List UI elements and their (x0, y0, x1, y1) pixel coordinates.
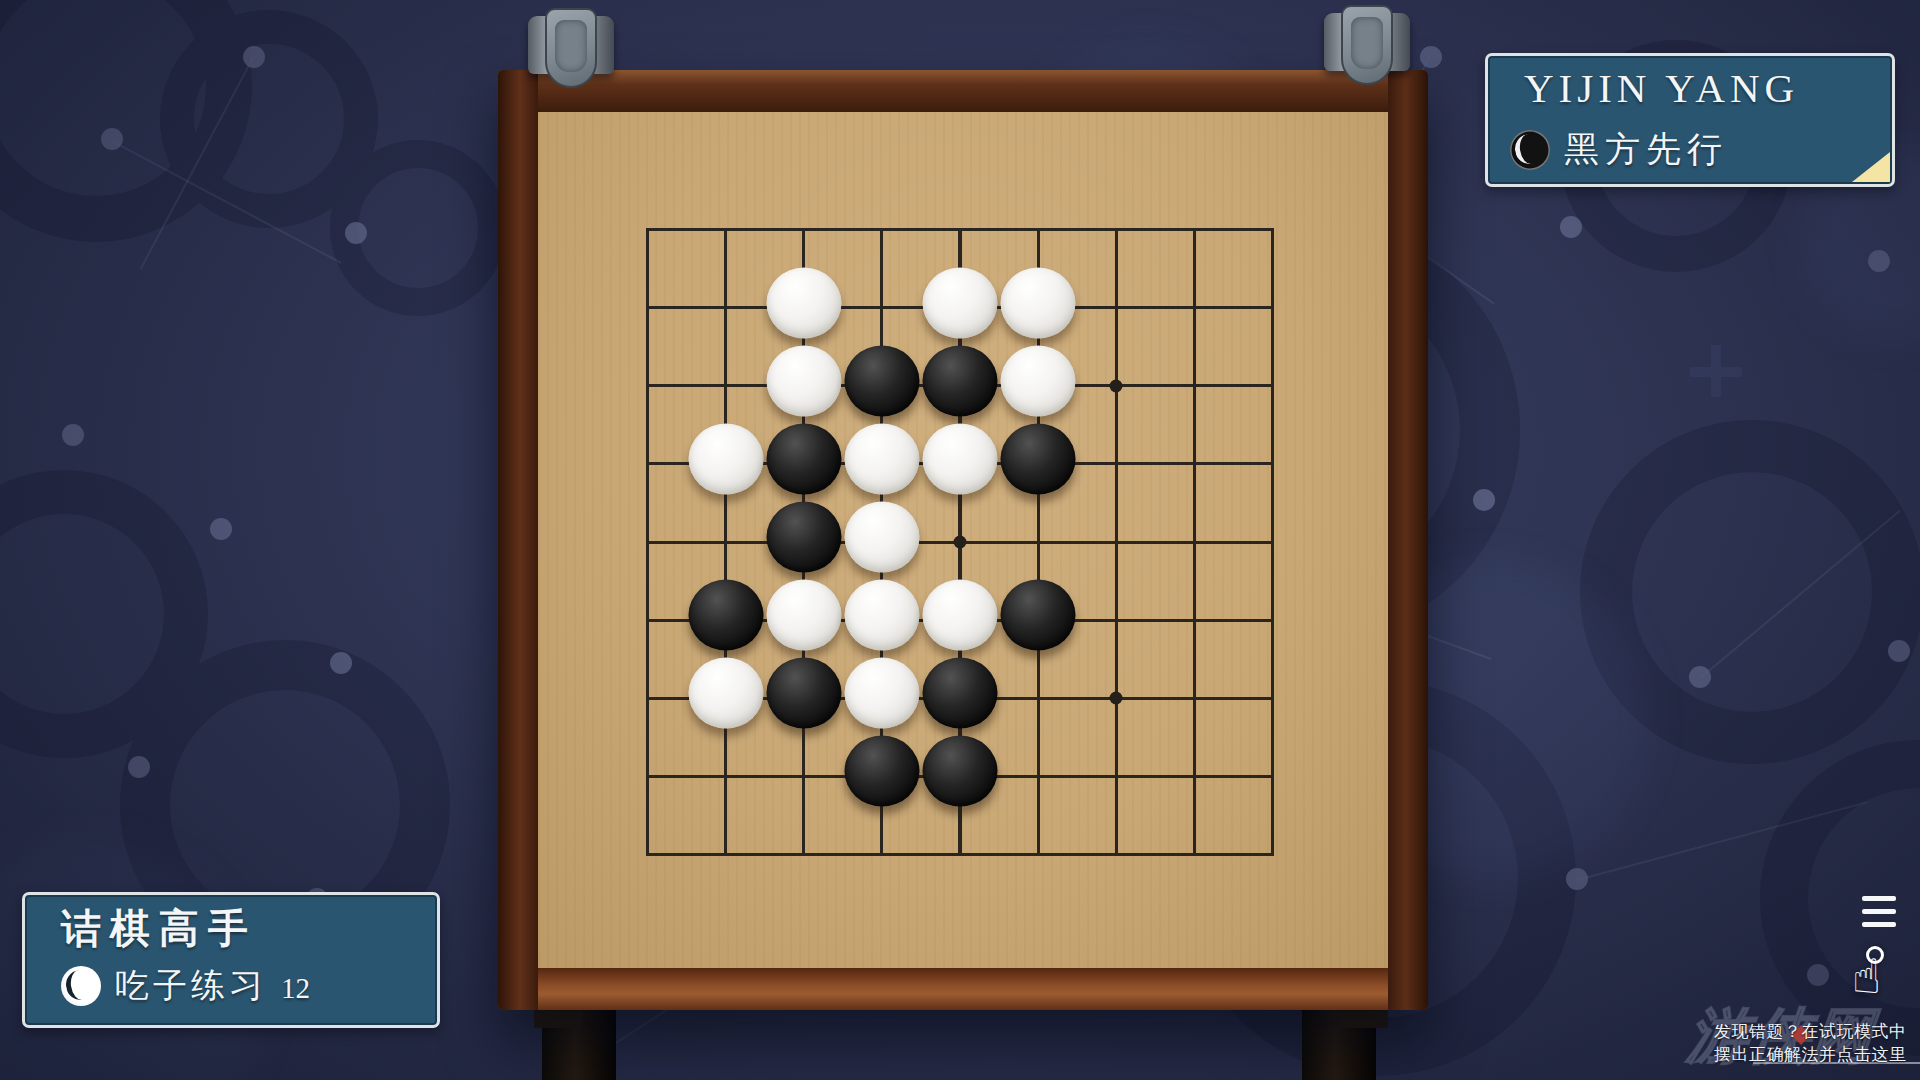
white-stone (766, 345, 841, 416)
frame-rail-right (1388, 70, 1428, 1010)
report-error-line2: 摆出正确解法并点击这里 (1714, 1043, 1907, 1066)
black-stone (844, 345, 919, 416)
exercise-row: 吃子练习 12 (61, 963, 310, 1009)
frame-rail-bottom (498, 968, 1428, 1010)
black-stone (766, 658, 841, 729)
white-stone (688, 423, 763, 494)
white-stone (844, 580, 919, 651)
player-name: YIJIN YANG (1524, 64, 1799, 112)
star-point (1110, 692, 1123, 705)
exercise-label: 吃子练习 (115, 963, 267, 1009)
white-stone (844, 658, 919, 729)
white-stone (844, 502, 919, 573)
hamburger-menu-icon[interactable] (1862, 896, 1896, 928)
turn-label: 黑方先行 (1564, 126, 1728, 173)
white-stone (923, 267, 998, 338)
black-stone (1001, 580, 1076, 651)
white-stone (1001, 345, 1076, 416)
black-stone (766, 502, 841, 573)
exercise-number: 12 (281, 968, 310, 1005)
go-board-grid[interactable] (646, 228, 1274, 856)
white-stone-icon (61, 966, 101, 1006)
white-stone (766, 267, 841, 338)
report-error-link[interactable]: 发现错题？在试玩模式中 摆出正确解法并点击这里 (1714, 1020, 1907, 1066)
go-board-surface (538, 112, 1388, 968)
black-stone (1001, 423, 1076, 494)
white-stone (844, 423, 919, 494)
black-stone-icon (1510, 130, 1550, 170)
turn-indicator: 黑方先行 (1510, 126, 1728, 173)
black-stone (923, 345, 998, 416)
black-stone (923, 658, 998, 729)
black-stone (844, 736, 919, 807)
puzzle-title: 诘棋高手 (61, 901, 257, 956)
puzzle-panel: 诘棋高手 吃子练习 12 (22, 892, 440, 1028)
star-point (954, 536, 967, 549)
cursor-click-ring (1866, 946, 1884, 964)
frame-rail-top (498, 70, 1428, 112)
corner-triangle-icon (1852, 152, 1890, 182)
easel-clamp-left (528, 8, 614, 88)
white-stone (688, 658, 763, 729)
frame-rail-left (498, 70, 538, 1010)
easel-clamp-right (1324, 5, 1410, 85)
white-stone (923, 580, 998, 651)
black-stone (688, 580, 763, 651)
white-stone (1001, 267, 1076, 338)
player-panel: YIJIN YANG 黑方先行 (1485, 53, 1895, 187)
white-stone (923, 423, 998, 494)
star-point (1110, 379, 1123, 392)
game-scene: YIJIN YANG 黑方先行 诘棋高手 吃子练习 12 ☝ 游侠网 发现错题？… (0, 0, 1920, 1080)
black-stone (766, 423, 841, 494)
black-stone (923, 736, 998, 807)
white-stone (766, 580, 841, 651)
go-board-frame (498, 70, 1428, 1010)
report-error-line1: 发现错题？在试玩模式中 (1714, 1020, 1907, 1043)
